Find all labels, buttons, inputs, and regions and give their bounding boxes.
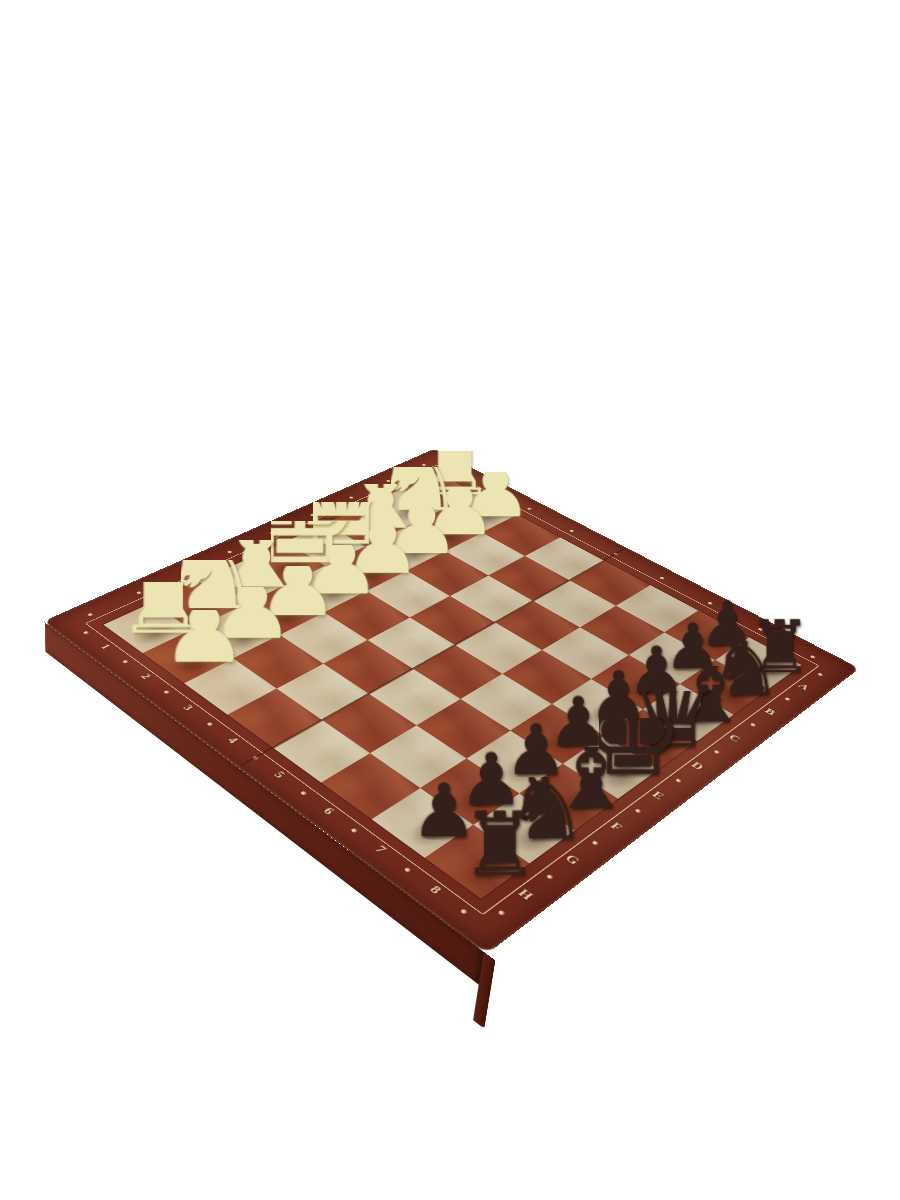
square-c2[interactable]: ♟ bbox=[366, 528, 446, 571]
frame-screw-dot bbox=[251, 755, 259, 760]
square-c1[interactable]: ♝ bbox=[326, 506, 404, 547]
frame-screw-dot bbox=[309, 513, 315, 516]
frame-screw-dot bbox=[206, 721, 214, 726]
square-e2[interactable]: ♟ bbox=[283, 566, 367, 613]
white-pawn-shadow bbox=[462, 504, 514, 531]
white-queen-d1[interactable]: ♛ bbox=[313, 502, 370, 559]
white-pawn-d2[interactable]: ♟ bbox=[353, 526, 411, 584]
square-a3[interactable] bbox=[482, 515, 560, 556]
chess-board: ♜♞♝♚♛♝♞♜♟♟♟♟♟♟♟♟♟♟♟♟♟♟♟♟♜♞♝♚♛♝♞♜ 1234567… bbox=[43, 448, 859, 954]
white-bishop-c1[interactable]: ♝ bbox=[353, 484, 409, 540]
black-rook-h8[interactable]: ♜ bbox=[462, 809, 537, 884]
square-a4[interactable] bbox=[525, 537, 604, 580]
frame-screw-dot bbox=[269, 532, 275, 535]
square-d1[interactable]: ♛ bbox=[285, 523, 365, 566]
frame-screw-dot bbox=[545, 874, 553, 880]
white-knight-shadow bbox=[385, 499, 437, 525]
white-pawn-shadow bbox=[425, 521, 478, 549]
white-pawn-e2[interactable]: ♟ bbox=[311, 545, 371, 605]
white-pawn-a2[interactable]: ♟ bbox=[468, 472, 523, 527]
frame-screw-dot bbox=[122, 659, 129, 663]
frame-screw-dot bbox=[459, 908, 468, 914]
square-b3[interactable] bbox=[445, 533, 525, 576]
frame-screw-dot bbox=[497, 910, 506, 916]
white-rook-a1[interactable]: ♜ bbox=[428, 451, 482, 505]
white-knight-b1[interactable]: ♞ bbox=[391, 467, 446, 522]
white-pawn-c2[interactable]: ♟ bbox=[394, 507, 451, 564]
frame-screw-dot bbox=[591, 840, 599, 846]
square-e3[interactable] bbox=[324, 591, 410, 640]
white-bishop-shadow bbox=[346, 517, 400, 545]
white-rook-shadow bbox=[422, 483, 473, 508]
square-b1[interactable]: ♞ bbox=[365, 489, 442, 528]
frame-screw-dot bbox=[421, 464, 427, 467]
frame-screw-dot bbox=[526, 507, 532, 510]
white-pawn-shadow bbox=[387, 539, 442, 568]
square-a1[interactable]: ♜ bbox=[402, 472, 477, 510]
square-d2[interactable]: ♟ bbox=[325, 546, 407, 591]
frame-screw-dot bbox=[446, 465, 452, 468]
frame-screw-dot bbox=[707, 601, 714, 605]
frame-screw-dot bbox=[634, 808, 642, 813]
square-b2[interactable]: ♟ bbox=[404, 510, 482, 551]
frame-screw-dot bbox=[659, 576, 665, 580]
frame-screw-dot bbox=[348, 496, 354, 499]
white-pawn-b2[interactable]: ♟ bbox=[432, 489, 488, 545]
frame-screw-dot bbox=[613, 552, 619, 555]
square-a5[interactable] bbox=[569, 561, 650, 606]
frame-screw-dot bbox=[749, 723, 756, 728]
frame-screw-dot bbox=[784, 697, 791, 701]
white-pawn-h2[interactable]: ♟ bbox=[173, 610, 237, 674]
frame-screw-dot bbox=[569, 529, 575, 532]
white-pawn-shadow bbox=[346, 558, 402, 588]
frame-screw-dot bbox=[486, 486, 492, 489]
square-d3[interactable] bbox=[367, 571, 450, 618]
square-c5[interactable] bbox=[495, 601, 580, 650]
square-b4[interactable] bbox=[488, 556, 569, 601]
frame-screw-dot bbox=[385, 480, 391, 483]
square-a2[interactable]: ♟ bbox=[441, 493, 517, 532]
frame-screw-dot bbox=[350, 827, 358, 833]
frame-screw-dot bbox=[299, 790, 307, 795]
frame-screw-dot bbox=[817, 673, 824, 677]
square-c4[interactable] bbox=[450, 575, 533, 622]
white-pawn-shadow bbox=[304, 578, 362, 610]
square-c3[interactable] bbox=[407, 551, 488, 596]
frame-screw-dot bbox=[82, 630, 89, 634]
square-b5[interactable] bbox=[533, 580, 616, 627]
frame-screw-dot bbox=[163, 690, 171, 695]
white-queen-shadow bbox=[306, 535, 362, 564]
frame-screw-dot bbox=[87, 613, 94, 617]
square-d4[interactable] bbox=[410, 596, 495, 645]
product-photo-scene: ♜♞♝♚♛♝♞♜♟♟♟♟♟♟♟♟♟♟♟♟♟♟♟♟♜♞♝♚♛♝♞♜ 1234567… bbox=[0, 0, 900, 1200]
frame-screw-dot bbox=[403, 867, 412, 873]
